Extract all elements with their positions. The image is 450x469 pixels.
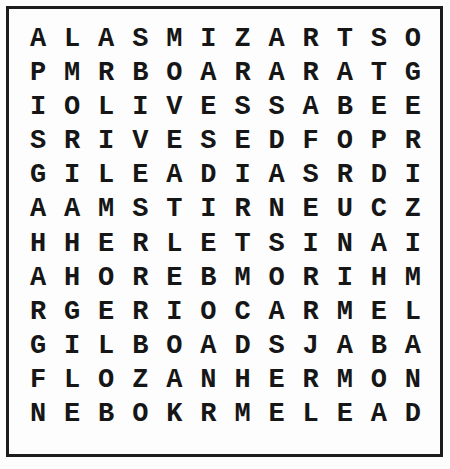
grid-cell[interactable]: E bbox=[260, 398, 294, 432]
grid-cell[interactable]: O bbox=[89, 364, 123, 398]
grid-cell[interactable]: I bbox=[396, 159, 430, 193]
grid-cell[interactable]: V bbox=[157, 90, 191, 124]
grid-cell[interactable]: R bbox=[328, 159, 362, 193]
grid-cell[interactable]: Z bbox=[396, 193, 430, 227]
grid-cell[interactable]: P bbox=[362, 125, 396, 159]
grid-cell[interactable]: E bbox=[260, 364, 294, 398]
grid-cell[interactable]: R bbox=[191, 398, 225, 432]
grid-cell[interactable]: H bbox=[362, 261, 396, 295]
grid-cell[interactable]: R bbox=[294, 22, 328, 56]
grid-cell[interactable]: S bbox=[260, 90, 294, 124]
grid-cell[interactable]: I bbox=[123, 90, 157, 124]
grid-cell[interactable]: A bbox=[362, 398, 396, 432]
grid-cell[interactable]: A bbox=[21, 193, 55, 227]
grid-cell[interactable]: I bbox=[294, 227, 328, 261]
grid-cell[interactable]: A bbox=[362, 227, 396, 261]
grid-cell[interactable]: D bbox=[260, 125, 294, 159]
grid-cell[interactable]: B bbox=[123, 56, 157, 90]
grid-cell[interactable]: R bbox=[294, 261, 328, 295]
grid-cell[interactable]: S bbox=[191, 125, 225, 159]
grid-cell[interactable]: D bbox=[362, 159, 396, 193]
grid-cell[interactable]: Z bbox=[123, 364, 157, 398]
grid-cell[interactable]: A bbox=[55, 193, 89, 227]
grid-cell[interactable]: S bbox=[362, 22, 396, 56]
grid-cell[interactable]: B bbox=[89, 398, 123, 432]
grid-cell[interactable]: I bbox=[89, 125, 123, 159]
grid-cell[interactable]: E bbox=[157, 261, 191, 295]
grid-cell[interactable]: G bbox=[21, 330, 55, 364]
grid-cell[interactable]: B bbox=[123, 330, 157, 364]
grid-cell[interactable]: A bbox=[89, 22, 123, 56]
grid-cell[interactable]: R bbox=[55, 125, 89, 159]
grid-cell[interactable]: A bbox=[328, 330, 362, 364]
grid-cell[interactable]: T bbox=[328, 22, 362, 56]
grid-cell[interactable]: K bbox=[157, 398, 191, 432]
grid-cell[interactable]: S bbox=[294, 159, 328, 193]
grid-cell[interactable]: H bbox=[55, 227, 89, 261]
grid-cell[interactable]: L bbox=[89, 90, 123, 124]
grid-cell[interactable]: R bbox=[294, 295, 328, 329]
grid-cell[interactable]: M bbox=[328, 295, 362, 329]
grid-cell[interactable]: I bbox=[328, 261, 362, 295]
word-search-grid: ALASMIZARTSOPMRBOARARATGIOLIVESSABEESRIV… bbox=[6, 6, 443, 457]
grid-cell[interactable]: M bbox=[328, 364, 362, 398]
grid-cell[interactable]: D bbox=[191, 159, 225, 193]
grid-cell[interactable]: A bbox=[21, 261, 55, 295]
grid-cell[interactable]: O bbox=[123, 398, 157, 432]
grid-cell[interactable]: E bbox=[89, 295, 123, 329]
grid-cell[interactable]: O bbox=[328, 125, 362, 159]
grid-cell[interactable]: O bbox=[362, 364, 396, 398]
grid-cell[interactable]: U bbox=[328, 193, 362, 227]
grid-cell[interactable]: I bbox=[55, 330, 89, 364]
grid-cell[interactable]: I bbox=[157, 295, 191, 329]
grid-cell[interactable]: O bbox=[191, 295, 225, 329]
grid-cell[interactable]: I bbox=[191, 193, 225, 227]
grid-cell[interactable]: T bbox=[362, 56, 396, 90]
grid-cell[interactable]: A bbox=[260, 295, 294, 329]
grid-cell[interactable]: G bbox=[55, 295, 89, 329]
word-search-puzzle: ALASMIZARTSOPMRBOARARATGIOLIVESSABEESRIV… bbox=[0, 0, 450, 469]
grid-cell[interactable]: E bbox=[396, 90, 430, 124]
grid-cell[interactable]: A bbox=[157, 364, 191, 398]
grid-cell[interactable]: A bbox=[328, 56, 362, 90]
grid-cell[interactable]: E bbox=[123, 159, 157, 193]
grid-cell[interactable]: O bbox=[89, 261, 123, 295]
grid-cell[interactable]: D bbox=[396, 398, 430, 432]
grid-cell[interactable]: O bbox=[55, 90, 89, 124]
grid-cell[interactable]: E bbox=[294, 193, 328, 227]
grid-cell[interactable]: T bbox=[225, 227, 259, 261]
grid-cell[interactable]: A bbox=[260, 56, 294, 90]
grid-cell[interactable]: C bbox=[362, 193, 396, 227]
grid-cell[interactable]: O bbox=[157, 330, 191, 364]
grid-cell[interactable]: O bbox=[157, 56, 191, 90]
grid-cell[interactable]: R bbox=[123, 261, 157, 295]
grid-cell[interactable]: E bbox=[362, 295, 396, 329]
grid-cell[interactable]: R bbox=[123, 227, 157, 261]
grid-cell[interactable]: J bbox=[294, 330, 328, 364]
grid-cell[interactable]: A bbox=[157, 159, 191, 193]
grid-cell[interactable]: L bbox=[55, 22, 89, 56]
grid-cell[interactable]: E bbox=[55, 398, 89, 432]
grid-cell[interactable]: S bbox=[123, 22, 157, 56]
grid-cell[interactable]: S bbox=[225, 90, 259, 124]
grid-cell[interactable]: H bbox=[21, 227, 55, 261]
grid-cell[interactable]: E bbox=[362, 90, 396, 124]
grid-cell[interactable]: L bbox=[396, 295, 430, 329]
grid-cell[interactable]: I bbox=[225, 159, 259, 193]
grid-cell[interactable]: R bbox=[21, 295, 55, 329]
grid-cell[interactable]: D bbox=[225, 330, 259, 364]
grid-cell[interactable]: E bbox=[89, 227, 123, 261]
grid-cell[interactable]: N bbox=[260, 193, 294, 227]
grid-cell[interactable]: M bbox=[225, 398, 259, 432]
grid-cell[interactable]: N bbox=[191, 364, 225, 398]
grid-cell[interactable]: L bbox=[89, 330, 123, 364]
grid-cell[interactable]: E bbox=[328, 398, 362, 432]
grid-cell[interactable]: N bbox=[328, 227, 362, 261]
grid-cell[interactable]: O bbox=[396, 22, 430, 56]
grid-cell[interactable]: B bbox=[362, 330, 396, 364]
grid-cell[interactable]: M bbox=[225, 261, 259, 295]
grid-cell[interactable]: A bbox=[21, 22, 55, 56]
grid-cell[interactable]: T bbox=[157, 193, 191, 227]
grid-cell[interactable]: A bbox=[191, 56, 225, 90]
grid-cell[interactable]: S bbox=[260, 330, 294, 364]
grid-cell[interactable]: H bbox=[55, 261, 89, 295]
grid-cell[interactable]: L bbox=[294, 398, 328, 432]
grid-cell[interactable]: R bbox=[294, 56, 328, 90]
grid-cell[interactable]: I bbox=[191, 22, 225, 56]
grid-cell[interactable]: R bbox=[294, 364, 328, 398]
grid-cell[interactable]: G bbox=[396, 56, 430, 90]
grid-cell[interactable]: V bbox=[123, 125, 157, 159]
grid-cell[interactable]: I bbox=[396, 227, 430, 261]
grid-cell[interactable]: R bbox=[225, 193, 259, 227]
grid-cell[interactable]: R bbox=[123, 295, 157, 329]
grid-cell[interactable]: M bbox=[55, 56, 89, 90]
grid-cell[interactable]: G bbox=[21, 159, 55, 193]
grid-cell[interactable]: A bbox=[191, 330, 225, 364]
grid-cell[interactable]: C bbox=[225, 295, 259, 329]
grid-cell[interactable]: M bbox=[157, 22, 191, 56]
grid-cell[interactable]: E bbox=[191, 227, 225, 261]
grid-cell[interactable]: A bbox=[396, 330, 430, 364]
grid-cell[interactable]: A bbox=[260, 22, 294, 56]
grid-cell[interactable]: B bbox=[328, 90, 362, 124]
grid-cell[interactable]: E bbox=[225, 125, 259, 159]
grid-cell[interactable]: A bbox=[294, 90, 328, 124]
grid-cell[interactable]: R bbox=[225, 56, 259, 90]
grid-cell[interactable]: S bbox=[123, 193, 157, 227]
grid-cell[interactable]: L bbox=[55, 364, 89, 398]
grid-cell[interactable]: M bbox=[396, 261, 430, 295]
grid-cell[interactable]: L bbox=[157, 227, 191, 261]
grid-cell[interactable]: F bbox=[294, 125, 328, 159]
grid-cell[interactable]: S bbox=[260, 227, 294, 261]
grid-cell[interactable]: M bbox=[89, 193, 123, 227]
grid-cell[interactable]: H bbox=[225, 364, 259, 398]
grid-cell[interactable]: F bbox=[21, 364, 55, 398]
grid-cell[interactable]: S bbox=[21, 125, 55, 159]
grid-cell[interactable]: I bbox=[21, 90, 55, 124]
grid-cell[interactable]: E bbox=[191, 90, 225, 124]
grid-cell[interactable]: N bbox=[21, 398, 55, 432]
grid-cell[interactable]: R bbox=[89, 56, 123, 90]
grid-cell[interactable]: B bbox=[191, 261, 225, 295]
grid-cell[interactable]: P bbox=[21, 56, 55, 90]
grid-cell[interactable]: E bbox=[157, 125, 191, 159]
grid-cell[interactable]: Z bbox=[225, 22, 259, 56]
grid-cell[interactable]: R bbox=[396, 125, 430, 159]
grid-cell[interactable]: N bbox=[396, 364, 430, 398]
grid-cell[interactable]: I bbox=[55, 159, 89, 193]
grid-cell[interactable]: A bbox=[260, 159, 294, 193]
grid-cell[interactable]: O bbox=[260, 261, 294, 295]
grid-cell[interactable]: L bbox=[89, 159, 123, 193]
